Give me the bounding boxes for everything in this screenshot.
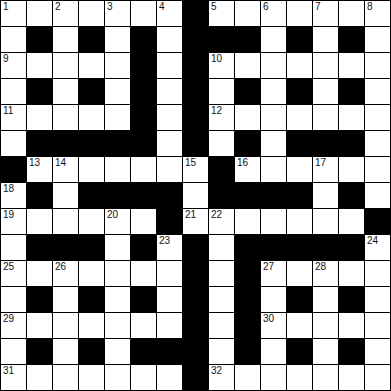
black-cell-r12c9: [235, 313, 260, 338]
white-cell-r14c10[interactable]: [261, 365, 286, 390]
white-cell-r0c6[interactable]: 4: [157, 1, 182, 26]
black-cell-r13c9: [235, 339, 260, 364]
black-cell-r3c5: [131, 79, 156, 104]
white-cell-r2c9[interactable]: [235, 53, 260, 78]
black-cell-r1c11: [287, 27, 312, 52]
white-cell-r12c3[interactable]: [79, 313, 104, 338]
black-cell-r2c7: [183, 53, 208, 78]
white-cell-r6c11[interactable]: [287, 157, 312, 182]
black-cell-r7c9: [235, 183, 260, 208]
black-cell-r13c5: [131, 339, 156, 364]
white-cell-r4c6[interactable]: [157, 105, 182, 130]
white-cell-r2c12[interactable]: [313, 53, 338, 78]
black-cell-r13c13: [339, 339, 364, 364]
black-cell-r1c7: [183, 27, 208, 52]
white-cell-r13c0[interactable]: [1, 339, 26, 364]
white-cell-r3c8[interactable]: [209, 79, 234, 104]
clue-number-7: 7: [315, 1, 321, 12]
white-cell-r2c14[interactable]: [365, 53, 390, 78]
white-cell-r12c0[interactable]: 29: [1, 313, 26, 338]
white-cell-r14c2[interactable]: [53, 365, 78, 390]
white-cell-r2c1[interactable]: [27, 53, 52, 78]
black-cell-r9c2: [53, 235, 78, 260]
white-cell-r3c4[interactable]: [105, 79, 130, 104]
white-cell-r5c14[interactable]: [365, 131, 390, 156]
white-cell-r14c12[interactable]: [313, 365, 338, 390]
white-cell-r8c3[interactable]: [79, 209, 104, 234]
white-cell-r6c14[interactable]: [365, 157, 390, 182]
white-cell-r7c14[interactable]: [365, 183, 390, 208]
white-cell-r14c0[interactable]: 31: [1, 365, 26, 390]
white-cell-r11c10[interactable]: [261, 287, 286, 312]
black-cell-r7c5: [131, 183, 156, 208]
white-cell-r1c2[interactable]: [53, 27, 78, 52]
white-cell-r11c4[interactable]: [105, 287, 130, 312]
black-cell-r13c3: [79, 339, 104, 364]
clue-number-29: 29: [3, 313, 14, 324]
white-cell-r4c11[interactable]: [287, 105, 312, 130]
black-cell-r13c7: [183, 339, 208, 364]
white-cell-r8c10[interactable]: [261, 209, 286, 234]
white-cell-r5c0[interactable]: [1, 131, 26, 156]
white-cell-r10c4[interactable]: [105, 261, 130, 286]
black-cell-r7c6: [157, 183, 182, 208]
white-cell-r11c6[interactable]: [157, 287, 182, 312]
black-cell-r11c1: [27, 287, 52, 312]
black-cell-r12c7: [183, 313, 208, 338]
black-cell-r11c13: [339, 287, 364, 312]
white-cell-r3c2[interactable]: [53, 79, 78, 104]
white-cell-r4c14[interactable]: [365, 105, 390, 130]
black-cell-r11c9: [235, 287, 260, 312]
white-cell-r4c3[interactable]: [79, 105, 104, 130]
black-cell-r11c3: [79, 287, 104, 312]
white-cell-r7c2[interactable]: [53, 183, 78, 208]
white-cell-r9c4[interactable]: [105, 235, 130, 260]
clue-number-32: 32: [211, 365, 222, 376]
white-cell-r12c6[interactable]: [157, 313, 182, 338]
black-cell-r7c8: [209, 183, 234, 208]
white-cell-r10c6[interactable]: [157, 261, 182, 286]
black-cell-r7c11: [287, 183, 312, 208]
white-cell-r14c1[interactable]: [27, 365, 52, 390]
white-cell-r10c8[interactable]: [209, 261, 234, 286]
clue-number-22: 22: [211, 209, 222, 220]
black-cell-r5c12: [313, 131, 338, 156]
white-cell-r4c2[interactable]: [53, 105, 78, 130]
white-cell-r12c4[interactable]: [105, 313, 130, 338]
white-cell-r8c5[interactable]: [131, 209, 156, 234]
clue-number-3: 3: [107, 1, 113, 12]
white-cell-r0c3[interactable]: [79, 1, 104, 26]
black-cell-r11c11: [287, 287, 312, 312]
white-cell-r1c12[interactable]: [313, 27, 338, 52]
white-cell-r0c0[interactable]: 1: [1, 1, 26, 26]
white-cell-r0c13[interactable]: [339, 1, 364, 26]
black-cell-r9c3: [79, 235, 104, 260]
clue-number-9: 9: [3, 53, 9, 64]
white-cell-r13c14[interactable]: [365, 339, 390, 364]
white-cell-r8c9[interactable]: [235, 209, 260, 234]
black-cell-r9c12: [313, 235, 338, 260]
white-cell-r3c0[interactable]: [1, 79, 26, 104]
clue-number-10: 10: [211, 53, 222, 64]
black-cell-r4c7: [183, 105, 208, 130]
white-cell-r6c6[interactable]: [157, 157, 182, 182]
white-cell-r14c11[interactable]: [287, 365, 312, 390]
black-cell-r5c5: [131, 131, 156, 156]
white-cell-r13c2[interactable]: [53, 339, 78, 364]
clue-number-23: 23: [159, 235, 170, 246]
black-cell-r5c2: [53, 131, 78, 156]
white-cell-r0c4[interactable]: 3: [105, 1, 130, 26]
clue-number-15: 15: [185, 157, 196, 168]
white-cell-r2c3[interactable]: [79, 53, 104, 78]
white-cell-r12c5[interactable]: [131, 313, 156, 338]
white-cell-r6c5[interactable]: [131, 157, 156, 182]
white-cell-r9c6[interactable]: 23: [157, 235, 182, 260]
black-cell-r9c10: [261, 235, 286, 260]
white-cell-r11c0[interactable]: [1, 287, 26, 312]
white-cell-r7c12[interactable]: [313, 183, 338, 208]
black-cell-r1c3: [79, 27, 104, 52]
white-cell-r14c13[interactable]: [339, 365, 364, 390]
black-cell-r2c5: [131, 53, 156, 78]
white-cell-r6c4[interactable]: [105, 157, 130, 182]
black-cell-r9c5: [131, 235, 156, 260]
black-cell-r5c3: [79, 131, 104, 156]
clue-number-24: 24: [367, 235, 378, 246]
white-cell-r0c11[interactable]: [287, 1, 312, 26]
white-cell-r8c2[interactable]: [53, 209, 78, 234]
clue-number-17: 17: [315, 157, 326, 168]
white-cell-r12c14[interactable]: [365, 313, 390, 338]
white-cell-r14c5[interactable]: [131, 365, 156, 390]
black-cell-r7c4: [105, 183, 130, 208]
white-cell-r0c1[interactable]: [27, 1, 52, 26]
black-cell-r5c9: [235, 131, 260, 156]
white-cell-r4c0[interactable]: 11: [1, 105, 26, 130]
black-cell-r11c5: [131, 287, 156, 312]
white-cell-r2c10[interactable]: [261, 53, 286, 78]
white-cell-r10c13[interactable]: [339, 261, 364, 286]
black-cell-r1c13: [339, 27, 364, 52]
white-cell-r6c9[interactable]: 16: [235, 157, 260, 182]
white-cell-r9c0[interactable]: [1, 235, 26, 260]
white-cell-r13c4[interactable]: [105, 339, 130, 364]
black-cell-r13c1: [27, 339, 52, 364]
white-cell-r10c1[interactable]: [27, 261, 52, 286]
white-cell-r11c8[interactable]: [209, 287, 234, 312]
white-cell-r14c14[interactable]: [365, 365, 390, 390]
white-cell-r8c0[interactable]: 19: [1, 209, 26, 234]
white-cell-r6c13[interactable]: [339, 157, 364, 182]
clue-number-11: 11: [3, 105, 13, 116]
white-cell-r10c0[interactable]: 25: [1, 261, 26, 286]
clue-number-1: 1: [3, 1, 9, 12]
black-cell-r10c7: [183, 261, 208, 286]
white-cell-r13c8[interactable]: [209, 339, 234, 364]
white-cell-r0c9[interactable]: [235, 1, 260, 26]
white-cell-r0c12[interactable]: 7: [313, 1, 338, 26]
clue-number-5: 5: [211, 1, 217, 12]
white-cell-r14c8[interactable]: 32: [209, 365, 234, 390]
white-cell-r14c9[interactable]: [235, 365, 260, 390]
white-cell-r9c8[interactable]: [209, 235, 234, 260]
clue-number-2: 2: [55, 1, 61, 12]
white-cell-r4c10[interactable]: [261, 105, 286, 130]
white-cell-r14c4[interactable]: [105, 365, 130, 390]
white-cell-r0c5[interactable]: [131, 1, 156, 26]
white-cell-r4c8[interactable]: 12: [209, 105, 234, 130]
black-cell-r8c14: [365, 209, 390, 234]
white-cell-r6c3[interactable]: [79, 157, 104, 182]
white-cell-r8c7[interactable]: 21: [183, 209, 208, 234]
white-cell-r3c10[interactable]: [261, 79, 286, 104]
white-cell-r6c10[interactable]: [261, 157, 286, 182]
white-cell-r12c12[interactable]: [313, 313, 338, 338]
white-cell-r11c14[interactable]: [365, 287, 390, 312]
white-cell-r13c12[interactable]: [313, 339, 338, 364]
clue-number-30: 30: [263, 313, 274, 324]
clue-number-13: 13: [29, 157, 40, 168]
white-cell-r11c12[interactable]: [313, 287, 338, 312]
white-cell-r8c1[interactable]: [27, 209, 52, 234]
black-cell-r8c6: [157, 209, 182, 234]
white-cell-r1c14[interactable]: [365, 27, 390, 52]
white-cell-r5c6[interactable]: [157, 131, 182, 156]
white-cell-r7c0[interactable]: 18: [1, 183, 26, 208]
black-cell-r13c6: [157, 339, 182, 364]
clue-number-12: 12: [211, 105, 222, 116]
white-cell-r0c2[interactable]: 2: [53, 1, 78, 26]
white-cell-r6c2[interactable]: 14: [53, 157, 78, 182]
clue-number-25: 25: [3, 261, 14, 272]
white-cell-r12c13[interactable]: [339, 313, 364, 338]
white-cell-r13c10[interactable]: [261, 339, 286, 364]
black-cell-r7c10: [261, 183, 286, 208]
white-cell-r6c1[interactable]: 13: [27, 157, 52, 182]
white-cell-r10c5[interactable]: [131, 261, 156, 286]
white-cell-r1c0[interactable]: [1, 27, 26, 52]
black-cell-r11c7: [183, 287, 208, 312]
white-cell-r2c11[interactable]: [287, 53, 312, 78]
white-cell-r3c14[interactable]: [365, 79, 390, 104]
white-cell-r2c13[interactable]: [339, 53, 364, 78]
crossword-grid: 1234567891011121314151617181920212223242…: [0, 0, 391, 391]
black-cell-r9c13: [339, 235, 364, 260]
white-cell-r1c4[interactable]: [105, 27, 130, 52]
white-cell-r10c14[interactable]: [365, 261, 390, 286]
white-cell-r2c0[interactable]: 9: [1, 53, 26, 78]
white-cell-r4c4[interactable]: [105, 105, 130, 130]
black-cell-r9c11: [287, 235, 312, 260]
clue-number-14: 14: [55, 157, 66, 168]
white-cell-r6c7[interactable]: 15: [183, 157, 208, 182]
black-cell-r4c5: [131, 105, 156, 130]
white-cell-r12c10[interactable]: 30: [261, 313, 286, 338]
black-cell-r1c5: [131, 27, 156, 52]
white-cell-r10c11[interactable]: [287, 261, 312, 286]
white-cell-r0c8[interactable]: 5: [209, 1, 234, 26]
white-cell-r10c12[interactable]: 28: [313, 261, 338, 286]
clue-number-16: 16: [237, 157, 248, 168]
black-cell-r3c3: [79, 79, 104, 104]
white-cell-r0c10[interactable]: 6: [261, 1, 286, 26]
white-cell-r10c10[interactable]: 27: [261, 261, 286, 286]
white-cell-r4c12[interactable]: [313, 105, 338, 130]
clue-number-4: 4: [159, 1, 165, 12]
white-cell-r3c12[interactable]: [313, 79, 338, 104]
white-cell-r10c2[interactable]: 26: [53, 261, 78, 286]
black-cell-r3c13: [339, 79, 364, 104]
clue-number-31: 31: [3, 365, 14, 376]
white-cell-r8c8[interactable]: 22: [209, 209, 234, 234]
white-cell-r12c8[interactable]: [209, 313, 234, 338]
white-cell-r4c1[interactable]: [27, 105, 52, 130]
clue-number-21: 21: [185, 209, 196, 220]
black-cell-r5c13: [339, 131, 364, 156]
black-cell-r7c3: [79, 183, 104, 208]
white-cell-r8c11[interactable]: [287, 209, 312, 234]
black-cell-r1c8: [209, 27, 234, 52]
black-cell-r9c9: [235, 235, 260, 260]
white-cell-r5c10[interactable]: [261, 131, 286, 156]
black-cell-r13c11: [287, 339, 312, 364]
black-cell-r6c8: [209, 157, 234, 182]
clue-number-28: 28: [315, 261, 326, 272]
clue-number-26: 26: [55, 261, 66, 272]
white-cell-r10c3[interactable]: [79, 261, 104, 286]
clue-number-20: 20: [107, 209, 118, 220]
clue-number-27: 27: [263, 261, 274, 272]
clue-number-18: 18: [3, 183, 14, 194]
black-cell-r9c1: [27, 235, 52, 260]
white-cell-r4c13[interactable]: [339, 105, 364, 130]
white-cell-r0c14[interactable]: 8: [365, 1, 390, 26]
black-cell-r10c9: [235, 261, 260, 286]
white-cell-r12c2[interactable]: [53, 313, 78, 338]
black-cell-r14c7: [183, 365, 208, 390]
white-cell-r1c6[interactable]: [157, 27, 182, 52]
black-cell-r7c13: [339, 183, 364, 208]
white-cell-r8c13[interactable]: [339, 209, 364, 234]
black-cell-r5c1: [27, 131, 52, 156]
white-cell-r2c4[interactable]: [105, 53, 130, 78]
white-cell-r14c3[interactable]: [79, 365, 104, 390]
white-cell-r2c6[interactable]: [157, 53, 182, 78]
white-cell-r7c7[interactable]: [183, 183, 208, 208]
white-cell-r12c1[interactable]: [27, 313, 52, 338]
white-cell-r6c12[interactable]: 17: [313, 157, 338, 182]
black-cell-r3c7: [183, 79, 208, 104]
white-cell-r4c9[interactable]: [235, 105, 260, 130]
white-cell-r8c12[interactable]: [313, 209, 338, 234]
black-cell-r5c7: [183, 131, 208, 156]
clue-number-6: 6: [263, 1, 269, 12]
black-cell-r5c11: [287, 131, 312, 156]
white-cell-r14c6[interactable]: [157, 365, 182, 390]
white-cell-r11c2[interactable]: [53, 287, 78, 312]
black-cell-r7c1: [27, 183, 52, 208]
black-cell-r9c7: [183, 235, 208, 260]
black-cell-r0c7: [183, 1, 208, 26]
clue-number-8: 8: [367, 1, 373, 12]
white-cell-r12c11[interactable]: [287, 313, 312, 338]
white-cell-r2c8[interactable]: 10: [209, 53, 234, 78]
white-cell-r8c4[interactable]: 20: [105, 209, 130, 234]
black-cell-r3c9: [235, 79, 260, 104]
black-cell-r5c4: [105, 131, 130, 156]
black-cell-r3c11: [287, 79, 312, 104]
white-cell-r9c14[interactable]: 24: [365, 235, 390, 260]
clue-number-19: 19: [3, 209, 14, 220]
black-cell-r6c0: [1, 157, 26, 182]
white-cell-r1c10[interactable]: [261, 27, 286, 52]
white-cell-r3c6[interactable]: [157, 79, 182, 104]
white-cell-r2c2[interactable]: [53, 53, 78, 78]
black-cell-r1c1: [27, 27, 52, 52]
white-cell-r5c8[interactable]: [209, 131, 234, 156]
black-cell-r1c9: [235, 27, 260, 52]
black-cell-r3c1: [27, 79, 52, 104]
